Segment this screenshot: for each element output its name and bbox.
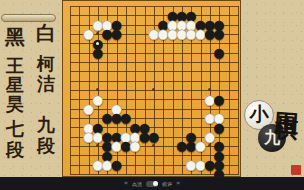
black-stone: ● [214,95,223,104]
white-stone: ● [84,104,93,113]
video-control-bar: « 高清 棋评 » [0,177,304,190]
black-stone: ● [93,48,102,57]
go-board: ●●●●●●●●●●●●●●●●●●●●●●●●●●●●●●●●●●●●●●●●… [62,0,241,177]
quality-label[interactable]: 高清 [132,181,142,187]
black-stone: ● [214,123,223,132]
black-color-label: 黑 [2,26,28,48]
white-player-name: 柯洁 [33,54,59,94]
white-player-rank: 九段 [33,114,59,156]
white-stone: ● [130,141,139,150]
commentary-label[interactable]: 棋评 [162,181,172,187]
black-player-name: 王星昊 [2,56,28,113]
logo-brush-text: 围棋 [267,93,304,171]
black-player-panel: 黑 王星昊 七段 [2,26,28,160]
black-stone: ● [112,160,121,169]
toggle-knob-icon [153,181,158,186]
white-stone: ● [93,95,102,104]
video-frame: 白 柯洁 九段 黑 王星昊 七段 ●●●●●●●●●●●●●●●●●●●●●●●… [0,0,304,190]
black-stone: ● [214,29,223,38]
black-stone: ● [112,29,121,38]
rewind-icon[interactable]: « [124,180,128,187]
black-stone: ● [214,48,223,57]
black-player-rank: 七段 [2,118,28,160]
channel-logo: 小 九 围棋 [241,92,303,176]
white-color-label: 白 [33,22,59,44]
stone-layer: ●●●●●●●●●●●●●●●●●●●●●●●●●●●●●●●●●●●●●●●●… [65,1,242,178]
logo-red-seal [291,165,301,175]
white-player-panel: 白 柯洁 九段 [33,22,59,156]
forward-icon[interactable]: » [176,180,180,187]
play-toggle[interactable] [146,181,158,187]
black-stone: ● [149,132,158,141]
white-stone: ● [196,141,205,150]
